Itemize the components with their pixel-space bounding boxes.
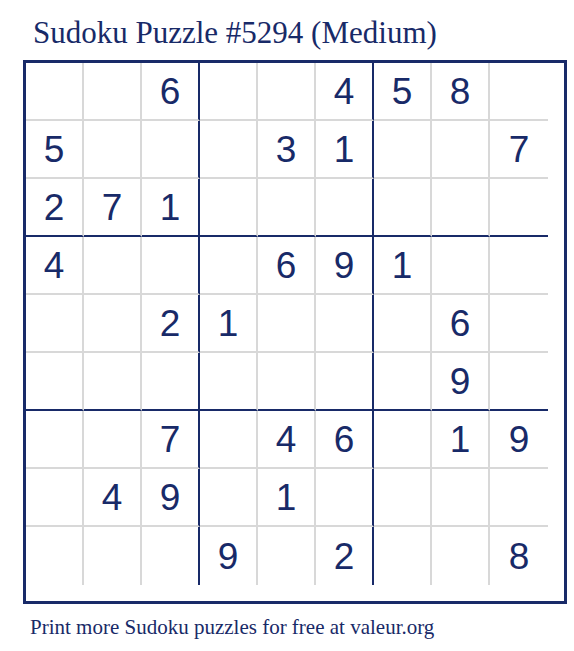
cell-digit: 1 xyxy=(450,421,471,458)
sudoku-cell[interactable] xyxy=(200,179,258,237)
cell-digit: 5 xyxy=(392,73,413,110)
sudoku-cell[interactable] xyxy=(374,353,432,411)
sudoku-cell[interactable] xyxy=(316,469,374,527)
sudoku-cell[interactable] xyxy=(142,237,200,295)
sudoku-cell[interactable]: 9 xyxy=(490,411,548,469)
sudoku-cell[interactable] xyxy=(26,295,84,353)
sudoku-cell[interactable]: 4 xyxy=(26,237,84,295)
sudoku-cell[interactable]: 5 xyxy=(374,63,432,121)
cell-digit: 4 xyxy=(102,479,123,516)
sudoku-cell[interactable] xyxy=(142,353,200,411)
sudoku-cell[interactable] xyxy=(200,469,258,527)
sudoku-cell[interactable] xyxy=(142,527,200,585)
sudoku-cell[interactable]: 3 xyxy=(258,121,316,179)
cell-digit: 4 xyxy=(334,73,355,110)
sudoku-cell[interactable] xyxy=(84,63,142,121)
sudoku-cell[interactable] xyxy=(200,237,258,295)
sudoku-cell[interactable] xyxy=(374,411,432,469)
sudoku-cell[interactable]: 6 xyxy=(432,295,490,353)
cell-digit: 1 xyxy=(276,479,297,516)
cell-digit: 7 xyxy=(102,189,123,226)
sudoku-cell[interactable]: 2 xyxy=(316,527,374,585)
cell-digit: 9 xyxy=(218,538,239,575)
cell-digit: 3 xyxy=(276,131,297,168)
sudoku-cell[interactable]: 2 xyxy=(26,179,84,237)
sudoku-cell[interactable] xyxy=(84,237,142,295)
cell-digit: 9 xyxy=(450,363,471,400)
sudoku-cell[interactable] xyxy=(84,353,142,411)
sudoku-cell[interactable] xyxy=(316,295,374,353)
sudoku-cell[interactable]: 1 xyxy=(258,469,316,527)
cell-digit: 2 xyxy=(334,538,355,575)
sudoku-cell[interactable] xyxy=(258,353,316,411)
sudoku-cell[interactable] xyxy=(258,527,316,585)
sudoku-cell[interactable] xyxy=(26,527,84,585)
cell-digit: 5 xyxy=(44,131,65,168)
sudoku-cell[interactable]: 8 xyxy=(432,63,490,121)
sudoku-cell[interactable] xyxy=(432,121,490,179)
sudoku-cell[interactable] xyxy=(490,295,548,353)
sudoku-cell[interactable]: 1 xyxy=(374,237,432,295)
sudoku-cell[interactable] xyxy=(200,411,258,469)
cell-digit: 6 xyxy=(450,305,471,342)
sudoku-cell[interactable]: 7 xyxy=(84,179,142,237)
sudoku-cell[interactable] xyxy=(374,121,432,179)
sudoku-cell[interactable]: 9 xyxy=(316,237,374,295)
cell-digit: 9 xyxy=(160,479,181,516)
sudoku-cell[interactable] xyxy=(200,121,258,179)
sudoku-cell[interactable]: 1 xyxy=(432,411,490,469)
cell-digit: 7 xyxy=(509,131,530,168)
sudoku-cell[interactable]: 6 xyxy=(142,63,200,121)
sudoku-cell[interactable]: 6 xyxy=(258,237,316,295)
cell-digit: 1 xyxy=(160,189,181,226)
cell-digit: 1 xyxy=(392,247,413,284)
cell-digit: 9 xyxy=(334,247,355,284)
sudoku-grid: 645853172714691216974619491928 xyxy=(23,60,567,604)
footer-text: Print more Sudoku puzzles for free at va… xyxy=(30,615,434,640)
sudoku-cell[interactable] xyxy=(374,295,432,353)
sudoku-cell[interactable] xyxy=(258,295,316,353)
sudoku-cell[interactable]: 8 xyxy=(490,527,548,585)
sudoku-cell[interactable] xyxy=(200,353,258,411)
sudoku-cell[interactable] xyxy=(26,63,84,121)
cell-digit: 6 xyxy=(276,247,297,284)
cell-digit: 1 xyxy=(334,131,355,168)
sudoku-cell[interactable]: 9 xyxy=(142,469,200,527)
sudoku-cell[interactable]: 4 xyxy=(258,411,316,469)
sudoku-cell[interactable] xyxy=(26,411,84,469)
sudoku-cell[interactable] xyxy=(490,179,548,237)
sudoku-cell[interactable] xyxy=(142,121,200,179)
sudoku-cell[interactable] xyxy=(432,469,490,527)
sudoku-cell[interactable] xyxy=(84,411,142,469)
sudoku-cell[interactable] xyxy=(258,63,316,121)
sudoku-cell[interactable] xyxy=(374,469,432,527)
cell-digit: 8 xyxy=(450,73,471,110)
sudoku-cell[interactable]: 2 xyxy=(142,295,200,353)
sudoku-cell[interactable]: 1 xyxy=(200,295,258,353)
sudoku-cell[interactable]: 9 xyxy=(432,353,490,411)
sudoku-cell[interactable] xyxy=(84,527,142,585)
sudoku-cell[interactable] xyxy=(200,63,258,121)
sudoku-cell[interactable]: 7 xyxy=(490,121,548,179)
sudoku-cell[interactable]: 6 xyxy=(316,411,374,469)
sudoku-cell[interactable]: 7 xyxy=(142,411,200,469)
sudoku-cell[interactable] xyxy=(316,179,374,237)
cell-digit: 4 xyxy=(44,247,65,284)
cell-digit: 9 xyxy=(509,421,530,458)
sudoku-cell[interactable] xyxy=(84,295,142,353)
sudoku-cell[interactable] xyxy=(84,121,142,179)
sudoku-cell[interactable]: 4 xyxy=(316,63,374,121)
sudoku-cell[interactable] xyxy=(490,237,548,295)
sudoku-cell[interactable] xyxy=(432,527,490,585)
sudoku-cell[interactable]: 1 xyxy=(142,179,200,237)
cell-digit: 7 xyxy=(160,421,181,458)
sudoku-cell[interactable] xyxy=(26,469,84,527)
sudoku-cell[interactable] xyxy=(374,179,432,237)
sudoku-cell[interactable] xyxy=(26,353,84,411)
cell-digit: 6 xyxy=(160,73,181,110)
sudoku-cell[interactable] xyxy=(374,527,432,585)
cell-digit: 1 xyxy=(218,305,239,342)
cell-digit: 6 xyxy=(334,421,355,458)
sudoku-cell[interactable] xyxy=(490,469,548,527)
sudoku-cell[interactable]: 9 xyxy=(200,527,258,585)
sudoku-cell[interactable]: 4 xyxy=(84,469,142,527)
cell-digit: 8 xyxy=(509,538,530,575)
sudoku-cell[interactable] xyxy=(490,353,548,411)
page-title: Sudoku Puzzle #5294 (Medium) xyxy=(33,16,437,50)
cell-digit: 2 xyxy=(44,189,65,226)
sudoku-cell[interactable]: 1 xyxy=(316,121,374,179)
sudoku-cell[interactable]: 5 xyxy=(26,121,84,179)
sudoku-cell[interactable] xyxy=(490,63,548,121)
sudoku-printable-page: { "game": "sudoku", "title": "Sudoku Puz… xyxy=(0,0,574,651)
sudoku-cell[interactable] xyxy=(258,179,316,237)
cell-digit: 2 xyxy=(160,305,181,342)
sudoku-cell[interactable] xyxy=(432,237,490,295)
cell-digit: 4 xyxy=(276,421,297,458)
sudoku-cell[interactable] xyxy=(432,179,490,237)
sudoku-cell[interactable] xyxy=(316,353,374,411)
